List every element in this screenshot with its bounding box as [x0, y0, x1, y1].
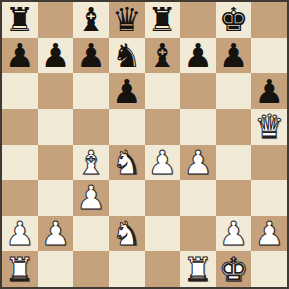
square-e7[interactable]: ♝ [145, 38, 181, 74]
square-a5[interactable] [2, 109, 38, 145]
square-g6[interactable] [216, 73, 252, 109]
black-bishop[interactable]: ♝ [148, 39, 178, 72]
square-f5[interactable] [180, 109, 216, 145]
square-b6[interactable] [38, 73, 74, 109]
square-h4[interactable] [251, 145, 287, 181]
square-d7[interactable]: ♞ [109, 38, 145, 74]
square-d1[interactable] [109, 251, 145, 287]
square-h3[interactable] [251, 180, 287, 216]
white-bishop[interactable]: ♝ [76, 146, 106, 179]
square-e1[interactable] [145, 251, 181, 287]
square-a6[interactable] [2, 73, 38, 109]
white-pawn[interactable]: ♟ [183, 146, 213, 179]
black-pawn[interactable]: ♟ [76, 39, 106, 72]
square-g7[interactable]: ♟ [216, 38, 252, 74]
square-a2[interactable]: ♟ [2, 216, 38, 252]
square-d6[interactable]: ♟ [109, 73, 145, 109]
white-queen[interactable]: ♛ [254, 110, 284, 143]
black-pawn[interactable]: ♟ [254, 75, 284, 108]
square-a4[interactable] [2, 145, 38, 181]
square-g5[interactable] [216, 109, 252, 145]
black-pawn[interactable]: ♟ [112, 75, 142, 108]
square-c8[interactable]: ♝ [73, 2, 109, 38]
square-h5[interactable]: ♛ [251, 109, 287, 145]
square-f7[interactable]: ♟ [180, 38, 216, 74]
black-rook[interactable]: ♜ [148, 3, 178, 36]
square-f6[interactable] [180, 73, 216, 109]
square-h7[interactable] [251, 38, 287, 74]
square-d5[interactable] [109, 109, 145, 145]
white-rook[interactable]: ♜ [5, 253, 35, 286]
square-g8[interactable]: ♚ [216, 2, 252, 38]
white-king[interactable]: ♚ [219, 253, 249, 286]
white-rook[interactable]: ♜ [183, 253, 213, 286]
white-pawn[interactable]: ♟ [5, 217, 35, 250]
chess-board: ♜♝♛♜♚♟♟♟♞♝♟♟♟♟♛♝♞♟♟♟♟♟♞♟♟♜♜♚ [0, 0, 289, 289]
square-c5[interactable] [73, 109, 109, 145]
square-d8[interactable]: ♛ [109, 2, 145, 38]
square-a1[interactable]: ♜ [2, 251, 38, 287]
square-h8[interactable] [251, 2, 287, 38]
black-bishop[interactable]: ♝ [76, 3, 106, 36]
white-pawn[interactable]: ♟ [41, 217, 71, 250]
black-pawn[interactable]: ♟ [41, 39, 71, 72]
square-g3[interactable] [216, 180, 252, 216]
square-c1[interactable] [73, 251, 109, 287]
square-g4[interactable] [216, 145, 252, 181]
black-pawn[interactable]: ♟ [219, 39, 249, 72]
square-f3[interactable] [180, 180, 216, 216]
white-pawn[interactable]: ♟ [148, 146, 178, 179]
black-queen[interactable]: ♛ [112, 3, 142, 36]
square-d3[interactable] [109, 180, 145, 216]
black-rook[interactable]: ♜ [5, 3, 35, 36]
black-king[interactable]: ♚ [219, 3, 249, 36]
square-g1[interactable]: ♚ [216, 251, 252, 287]
square-e6[interactable] [145, 73, 181, 109]
square-c7[interactable]: ♟ [73, 38, 109, 74]
square-b5[interactable] [38, 109, 74, 145]
square-b8[interactable] [38, 2, 74, 38]
square-b3[interactable] [38, 180, 74, 216]
square-f8[interactable] [180, 2, 216, 38]
square-e3[interactable] [145, 180, 181, 216]
black-knight[interactable]: ♞ [112, 39, 142, 72]
square-c2[interactable] [73, 216, 109, 252]
white-pawn[interactable]: ♟ [254, 217, 284, 250]
black-pawn[interactable]: ♟ [5, 39, 35, 72]
square-e8[interactable]: ♜ [145, 2, 181, 38]
square-f4[interactable]: ♟ [180, 145, 216, 181]
square-h6[interactable]: ♟ [251, 73, 287, 109]
square-e2[interactable] [145, 216, 181, 252]
square-e4[interactable]: ♟ [145, 145, 181, 181]
square-a3[interactable] [2, 180, 38, 216]
black-pawn[interactable]: ♟ [183, 39, 213, 72]
square-a7[interactable]: ♟ [2, 38, 38, 74]
square-f2[interactable] [180, 216, 216, 252]
white-pawn[interactable]: ♟ [219, 217, 249, 250]
square-c6[interactable] [73, 73, 109, 109]
square-c4[interactable]: ♝ [73, 145, 109, 181]
square-h2[interactable]: ♟ [251, 216, 287, 252]
white-pawn[interactable]: ♟ [76, 181, 106, 214]
square-g2[interactable]: ♟ [216, 216, 252, 252]
square-e5[interactable] [145, 109, 181, 145]
square-h1[interactable] [251, 251, 287, 287]
square-a8[interactable]: ♜ [2, 2, 38, 38]
square-c3[interactable]: ♟ [73, 180, 109, 216]
square-b1[interactable] [38, 251, 74, 287]
white-knight[interactable]: ♞ [112, 146, 142, 179]
square-b2[interactable]: ♟ [38, 216, 74, 252]
square-b7[interactable]: ♟ [38, 38, 74, 74]
square-f1[interactable]: ♜ [180, 251, 216, 287]
white-knight[interactable]: ♞ [112, 217, 142, 250]
square-d2[interactable]: ♞ [109, 216, 145, 252]
square-d4[interactable]: ♞ [109, 145, 145, 181]
square-b4[interactable] [38, 145, 74, 181]
